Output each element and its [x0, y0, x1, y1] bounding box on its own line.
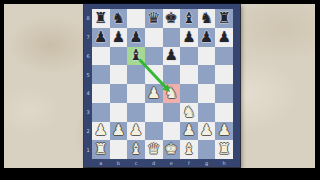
white-king-e1[interactable]: ♚	[165, 142, 178, 157]
square-h7[interactable]: ♟	[215, 28, 233, 47]
square-a7[interactable]: ♟	[92, 28, 110, 47]
square-b1[interactable]	[110, 140, 128, 159]
black-pawn-a7[interactable]: ♟	[94, 29, 107, 44]
square-a3[interactable]	[92, 103, 110, 122]
square-c7[interactable]: ♟	[127, 28, 145, 47]
black-rook-a8[interactable]: ♜	[94, 10, 107, 25]
square-d2[interactable]	[145, 122, 163, 141]
black-pawn-h7[interactable]: ♟	[217, 29, 230, 44]
square-e2[interactable]	[163, 122, 181, 141]
white-bishop-c1[interactable]: ♝	[129, 142, 142, 157]
file-label-a: a	[92, 159, 110, 167]
board-squares: ♜♞♛♚♝♞♜♟♟♟♟♟♟♝♟♟♞♞♟♟♟♟♟♟♜♝♛♚♝♜	[92, 9, 233, 159]
rank-label-6: 6	[84, 47, 92, 66]
square-f4[interactable]	[180, 84, 198, 103]
white-knight-f3[interactable]: ♞	[182, 104, 195, 119]
rank-label-5: 5	[84, 65, 92, 84]
square-a8[interactable]: ♜	[92, 9, 110, 28]
square-g5[interactable]	[198, 65, 216, 84]
square-f3[interactable]: ♞	[180, 103, 198, 122]
square-d5[interactable]	[145, 65, 163, 84]
square-h6[interactable]	[215, 47, 233, 66]
chess-board: 87654321 abcdefgh ♜♞♛♚♝♞♜♟♟♟♟♟♟♝♟♟♞♞♟♟♟♟…	[84, 4, 240, 167]
black-bishop-f8[interactable]: ♝	[182, 10, 195, 25]
square-c5[interactable]	[127, 65, 145, 84]
square-g6[interactable]	[198, 47, 216, 66]
black-rook-h8[interactable]: ♜	[217, 10, 230, 25]
square-c1[interactable]: ♝	[127, 140, 145, 159]
square-a6[interactable]	[92, 47, 110, 66]
white-queen-d1[interactable]: ♛	[147, 142, 160, 157]
black-king-e8[interactable]: ♚	[165, 10, 178, 25]
rank-label-4: 4	[84, 84, 92, 103]
square-d8[interactable]: ♛	[145, 9, 163, 28]
square-g4[interactable]	[198, 84, 216, 103]
black-pawn-c7[interactable]: ♟	[129, 29, 142, 44]
square-g8[interactable]: ♞	[198, 9, 216, 28]
square-f6[interactable]	[180, 47, 198, 66]
black-bishop-c6[interactable]: ♝	[129, 48, 142, 63]
square-c3[interactable]	[127, 103, 145, 122]
white-knight-e4[interactable]: ♞	[165, 85, 178, 100]
square-e3[interactable]	[163, 103, 181, 122]
square-e4[interactable]: ♞	[163, 84, 181, 103]
white-rook-a1[interactable]: ♜	[94, 142, 107, 157]
white-bishop-f1[interactable]: ♝	[182, 142, 195, 157]
white-pawn-f2[interactable]: ♟	[182, 123, 195, 138]
square-g3[interactable]	[198, 103, 216, 122]
square-a4[interactable]	[92, 84, 110, 103]
file-label-g: g	[198, 159, 216, 167]
black-queen-d8[interactable]: ♛	[147, 10, 160, 25]
file-labels: abcdefgh	[92, 159, 233, 167]
black-knight-b8[interactable]: ♞	[112, 10, 125, 25]
rank-labels: 87654321	[84, 9, 92, 159]
rank-label-1: 1	[84, 140, 92, 159]
square-d7[interactable]	[145, 28, 163, 47]
square-b2[interactable]: ♟	[110, 122, 128, 141]
square-b6[interactable]	[110, 47, 128, 66]
square-d4[interactable]: ♟	[145, 84, 163, 103]
square-b7[interactable]: ♟	[110, 28, 128, 47]
rank-label-8: 8	[84, 9, 92, 28]
square-e6[interactable]: ♟	[163, 47, 181, 66]
square-g7[interactable]: ♟	[198, 28, 216, 47]
square-h5[interactable]	[215, 65, 233, 84]
square-g2[interactable]: ♟	[198, 122, 216, 141]
square-a2[interactable]: ♟	[92, 122, 110, 141]
square-b5[interactable]	[110, 65, 128, 84]
file-label-e: e	[163, 159, 181, 167]
file-label-h: h	[215, 159, 233, 167]
rank-label-3: 3	[84, 103, 92, 122]
square-f5[interactable]	[180, 65, 198, 84]
white-pawn-a2[interactable]: ♟	[94, 123, 107, 138]
black-pawn-g7[interactable]: ♟	[200, 29, 213, 44]
square-e1[interactable]: ♚	[163, 140, 181, 159]
square-b3[interactable]	[110, 103, 128, 122]
square-f1[interactable]: ♝	[180, 140, 198, 159]
square-b8[interactable]: ♞	[110, 9, 128, 28]
black-knight-g8[interactable]: ♞	[200, 10, 213, 25]
file-label-c: c	[127, 159, 145, 167]
square-e8[interactable]: ♚	[163, 9, 181, 28]
rank-label-2: 2	[84, 122, 92, 141]
square-a5[interactable]	[92, 65, 110, 84]
square-e7[interactable]	[163, 28, 181, 47]
square-g1[interactable]	[198, 140, 216, 159]
file-label-d: d	[145, 159, 163, 167]
white-pawn-d4[interactable]: ♟	[147, 85, 160, 100]
white-pawn-h2[interactable]: ♟	[217, 123, 230, 138]
square-c2[interactable]: ♟	[127, 122, 145, 141]
file-label-f: f	[180, 159, 198, 167]
rank-label-7: 7	[84, 28, 92, 47]
square-h3[interactable]	[215, 103, 233, 122]
square-f7[interactable]: ♟	[180, 28, 198, 47]
square-f2[interactable]: ♟	[180, 122, 198, 141]
square-d1[interactable]: ♛	[145, 140, 163, 159]
square-a1[interactable]: ♜	[92, 140, 110, 159]
square-h1[interactable]: ♜	[215, 140, 233, 159]
square-f8[interactable]: ♝	[180, 9, 198, 28]
square-c4[interactable]	[127, 84, 145, 103]
white-pawn-b2[interactable]: ♟	[112, 123, 125, 138]
white-pawn-g2[interactable]: ♟	[200, 123, 213, 138]
black-pawn-f7[interactable]: ♟	[182, 29, 195, 44]
square-c8[interactable]	[127, 9, 145, 28]
square-c6[interactable]: ♝	[127, 47, 145, 66]
black-pawn-b7[interactable]: ♟	[112, 29, 125, 44]
square-h2[interactable]: ♟	[215, 122, 233, 141]
white-rook-h1[interactable]: ♜	[217, 142, 230, 157]
square-e5[interactable]	[163, 65, 181, 84]
black-pawn-e6[interactable]: ♟	[165, 48, 178, 63]
square-h4[interactable]	[215, 84, 233, 103]
file-label-b: b	[110, 159, 128, 167]
square-b4[interactable]	[110, 84, 128, 103]
square-h8[interactable]: ♜	[215, 9, 233, 28]
white-pawn-c2[interactable]: ♟	[129, 123, 142, 138]
square-d6[interactable]	[145, 47, 163, 66]
square-d3[interactable]	[145, 103, 163, 122]
video-frame: 87654321 abcdefgh ♜♞♛♚♝♞♜♟♟♟♟♟♟♝♟♟♞♞♟♟♟♟…	[0, 0, 320, 180]
